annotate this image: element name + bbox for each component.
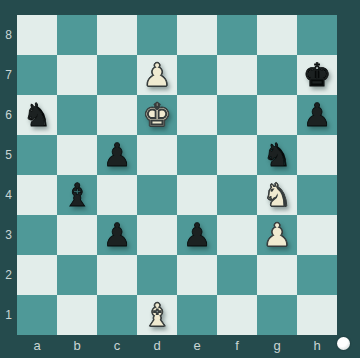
square-h2[interactable] (297, 255, 337, 295)
square-g3[interactable]: ♟ (257, 215, 297, 255)
white-king[interactable]: ♚ (137, 95, 177, 135)
square-a6[interactable]: ♞ (17, 95, 57, 135)
black-pawn[interactable]: ♟ (97, 215, 137, 255)
square-h7[interactable]: ♚ (297, 55, 337, 95)
square-e4[interactable] (177, 175, 217, 215)
rank-label-6: 6 (0, 95, 17, 135)
square-b1[interactable] (57, 295, 97, 335)
file-label-g: g (257, 335, 297, 358)
square-d7[interactable]: ♟ (137, 55, 177, 95)
white-knight[interactable]: ♞ (257, 175, 297, 215)
square-e2[interactable] (177, 255, 217, 295)
square-d6[interactable]: ♚ (137, 95, 177, 135)
square-e6[interactable] (177, 95, 217, 135)
square-f7[interactable] (217, 55, 257, 95)
file-label-f: f (217, 335, 257, 358)
square-e8[interactable] (177, 15, 217, 55)
square-c8[interactable] (97, 15, 137, 55)
file-label-d: d (137, 335, 177, 358)
square-c3[interactable]: ♟ (97, 215, 137, 255)
square-b5[interactable] (57, 135, 97, 175)
square-c5[interactable]: ♟ (97, 135, 137, 175)
square-d8[interactable] (137, 15, 177, 55)
file-labels: abcdefgh (17, 335, 337, 358)
square-h5[interactable] (297, 135, 337, 175)
file-label-e: e (177, 335, 217, 358)
rank-label-1: 1 (0, 295, 17, 335)
white-bishop[interactable]: ♝ (137, 295, 177, 335)
side-to-move-indicator (337, 337, 350, 350)
square-e5[interactable] (177, 135, 217, 175)
black-knight[interactable]: ♞ (257, 135, 297, 175)
square-f3[interactable] (217, 215, 257, 255)
square-f8[interactable] (217, 15, 257, 55)
square-c4[interactable] (97, 175, 137, 215)
square-f6[interactable] (217, 95, 257, 135)
square-e3[interactable]: ♟ (177, 215, 217, 255)
square-g7[interactable] (257, 55, 297, 95)
square-b6[interactable] (57, 95, 97, 135)
square-a1[interactable] (17, 295, 57, 335)
square-d2[interactable] (137, 255, 177, 295)
file-label-c: c (97, 335, 137, 358)
rank-label-8: 8 (0, 15, 17, 55)
rank-label-4: 4 (0, 175, 17, 215)
square-b8[interactable] (57, 15, 97, 55)
rank-label-5: 5 (0, 135, 17, 175)
rank-label-3: 3 (0, 215, 17, 255)
square-b3[interactable] (57, 215, 97, 255)
white-pawn[interactable]: ♟ (137, 55, 177, 95)
file-label-b: b (57, 335, 97, 358)
square-a2[interactable] (17, 255, 57, 295)
square-b4[interactable]: ♝ (57, 175, 97, 215)
black-knight[interactable]: ♞ (17, 95, 57, 135)
file-label-a: a (17, 335, 57, 358)
square-h3[interactable] (297, 215, 337, 255)
square-h1[interactable] (297, 295, 337, 335)
square-a5[interactable] (17, 135, 57, 175)
chess-app: 87654321 ♟♚♞♚♟♟♞♝♞♟♟♟♝ abcdefgh (0, 0, 360, 358)
square-c7[interactable] (97, 55, 137, 95)
square-h8[interactable] (297, 15, 337, 55)
file-label-h: h (297, 335, 337, 358)
square-e7[interactable] (177, 55, 217, 95)
square-b7[interactable] (57, 55, 97, 95)
square-g5[interactable]: ♞ (257, 135, 297, 175)
square-c1[interactable] (97, 295, 137, 335)
square-f5[interactable] (217, 135, 257, 175)
square-d4[interactable] (137, 175, 177, 215)
square-f4[interactable] (217, 175, 257, 215)
black-pawn[interactable]: ♟ (97, 135, 137, 175)
rank-label-7: 7 (0, 55, 17, 95)
rank-label-2: 2 (0, 255, 17, 295)
square-b2[interactable] (57, 255, 97, 295)
square-c6[interactable] (97, 95, 137, 135)
square-a4[interactable] (17, 175, 57, 215)
black-bishop[interactable]: ♝ (57, 175, 97, 215)
square-f1[interactable] (217, 295, 257, 335)
square-h4[interactable] (297, 175, 337, 215)
chess-board[interactable]: ♟♚♞♚♟♟♞♝♞♟♟♟♝ (17, 15, 337, 335)
square-g2[interactable] (257, 255, 297, 295)
square-d1[interactable]: ♝ (137, 295, 177, 335)
square-d3[interactable] (137, 215, 177, 255)
square-d5[interactable] (137, 135, 177, 175)
square-a3[interactable] (17, 215, 57, 255)
square-g1[interactable] (257, 295, 297, 335)
square-g6[interactable] (257, 95, 297, 135)
square-g8[interactable] (257, 15, 297, 55)
black-pawn[interactable]: ♟ (177, 215, 217, 255)
square-e1[interactable] (177, 295, 217, 335)
white-pawn[interactable]: ♟ (257, 215, 297, 255)
square-a8[interactable] (17, 15, 57, 55)
square-c2[interactable] (97, 255, 137, 295)
square-g4[interactable]: ♞ (257, 175, 297, 215)
black-king[interactable]: ♚ (297, 55, 337, 95)
black-pawn[interactable]: ♟ (297, 95, 337, 135)
square-h6[interactable]: ♟ (297, 95, 337, 135)
square-a7[interactable] (17, 55, 57, 95)
square-f2[interactable] (217, 255, 257, 295)
rank-labels: 87654321 (0, 15, 17, 335)
